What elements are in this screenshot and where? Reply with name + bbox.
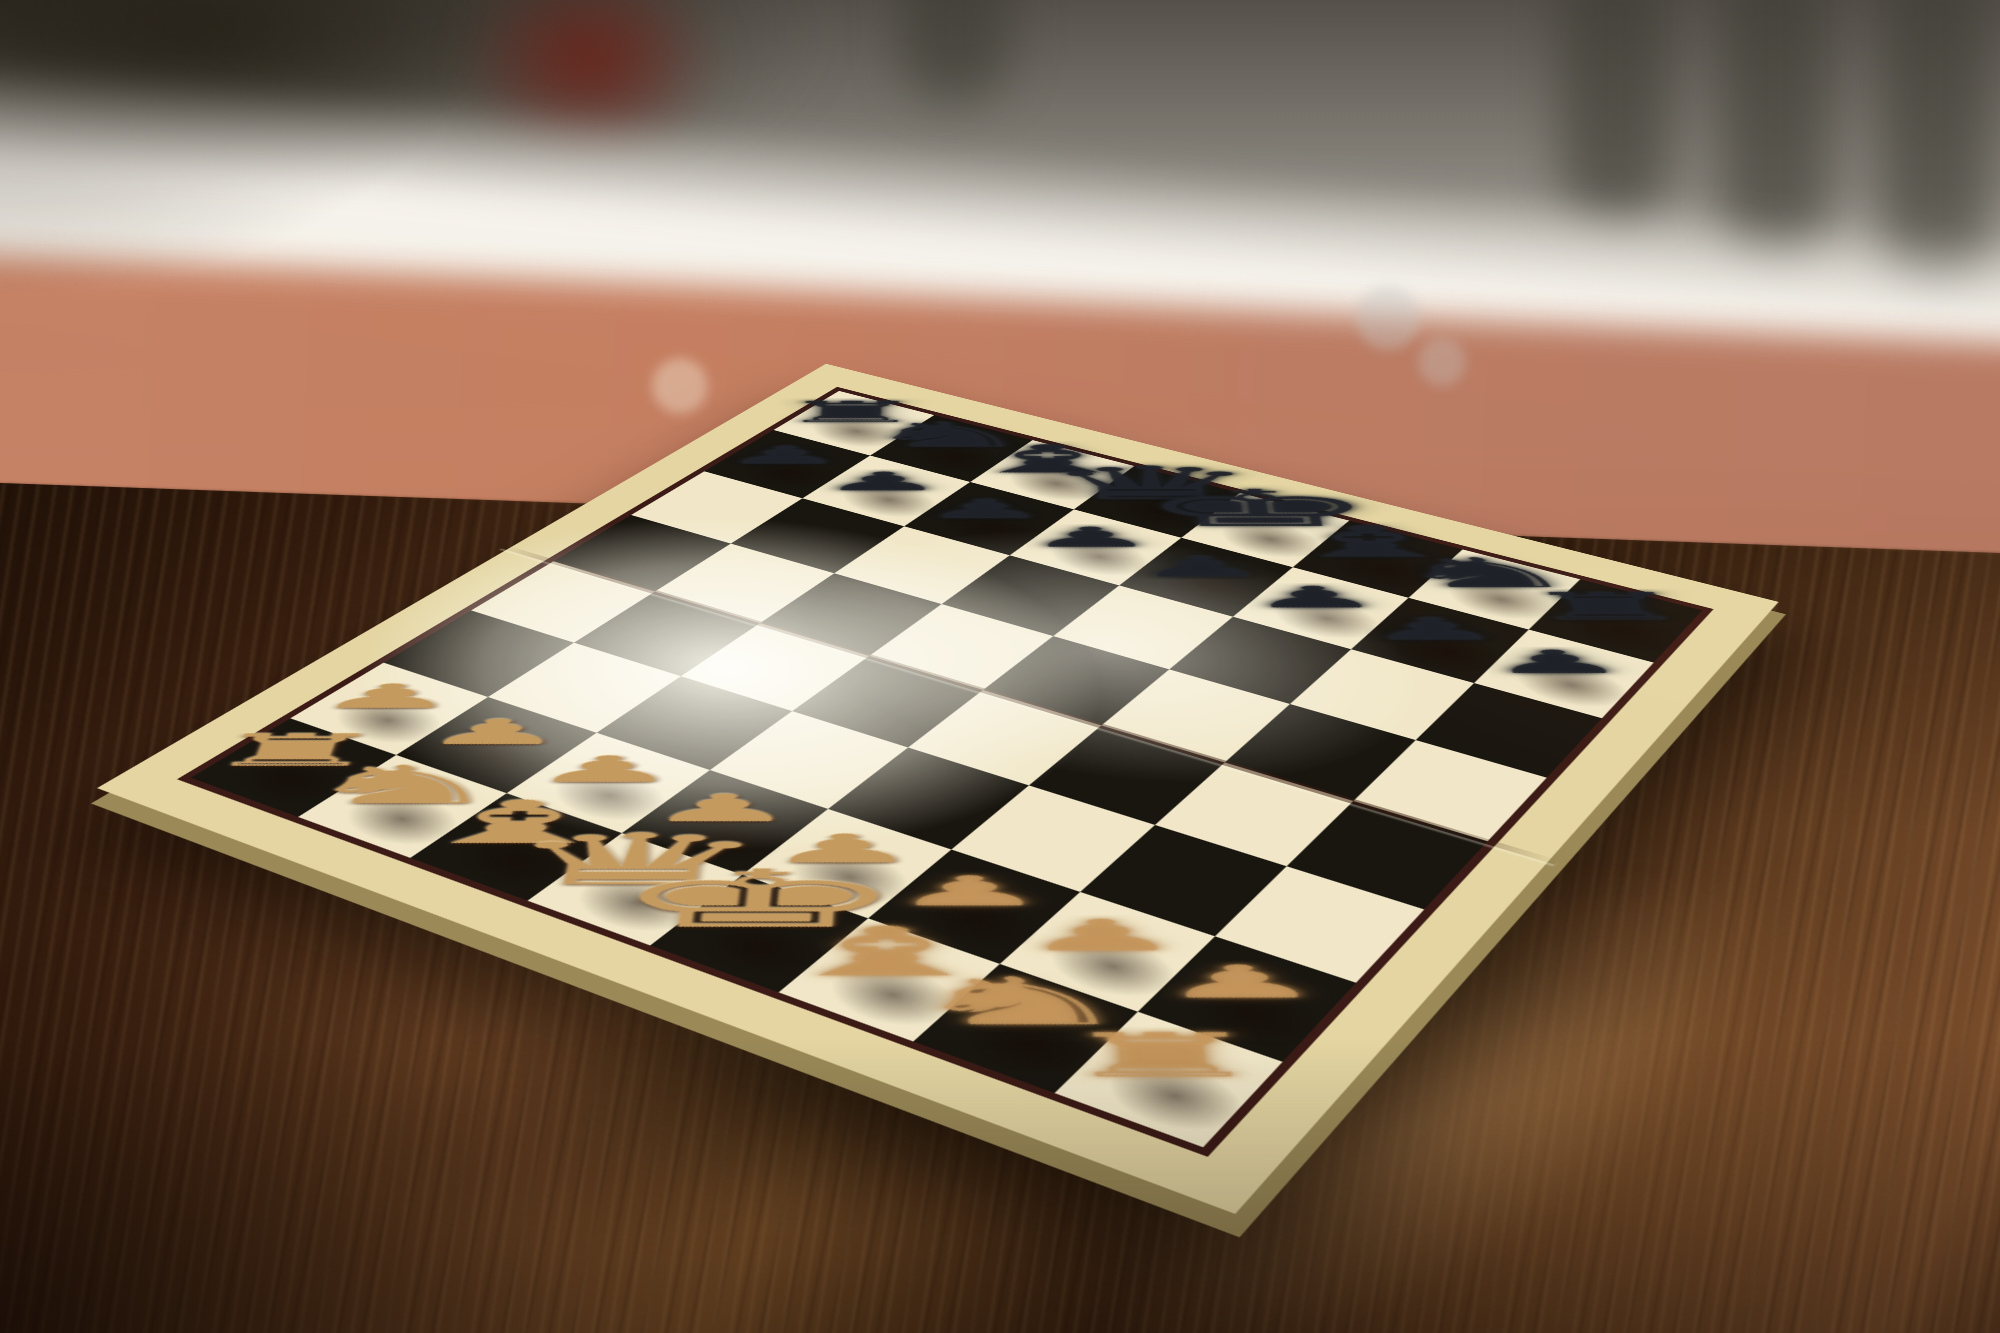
white-king: ♚ [600, 614, 910, 942]
board-fold-seam [501, 545, 1559, 864]
white-rook: ♜ [1056, 858, 1274, 1089]
square-g6 [1290, 649, 1474, 740]
bokeh-highlight [1038, 462, 1082, 506]
piece-shadow [794, 407, 919, 454]
black-rook: ♜ [775, 270, 925, 429]
square-c2: ♟ [507, 733, 710, 833]
piece-shadow [942, 997, 1119, 1091]
bokeh-highlight [936, 456, 984, 504]
piece-shadow [891, 432, 1018, 481]
piece-shadow [420, 721, 574, 791]
bokeh-highlight [846, 492, 886, 532]
square-h6 [1416, 683, 1602, 778]
square-a7: ♟ [704, 430, 870, 498]
square-a6 [631, 471, 802, 543]
square-c7: ♟ [904, 482, 1074, 555]
piece-shadow [1499, 652, 1644, 717]
white-pawn: ♟ [644, 668, 797, 830]
square-g2: ♟ [1000, 892, 1215, 1012]
white-pawn: ♟ [418, 597, 565, 752]
bokeh-highlight [838, 444, 892, 498]
white-queen: ♛ [489, 600, 770, 898]
background-silhouette [1560, 0, 1670, 220]
vignette-overlay [0, 0, 2000, 1333]
board-grid: ♜♞♝♛♚♝♞♜♟♟♟♟♟♟♟♟♟♟♟♟♟♟♟♟♜♞♝♛♚♝♞♜ [191, 391, 1703, 1147]
black-bishop: ♝ [953, 277, 1145, 481]
white-knight: ♞ [289, 584, 506, 814]
board-cast-shadow [313, 769, 1797, 1322]
square-d1: ♛ [528, 833, 743, 945]
square-d6 [942, 555, 1120, 636]
piece-shadow [1085, 1046, 1266, 1145]
square-g3 [1080, 825, 1286, 936]
square-b8: ♞ [870, 415, 1032, 482]
piece-shadow [647, 796, 807, 872]
square-e7: ♟ [1119, 538, 1293, 617]
black-pawn: ♟ [1250, 472, 1385, 616]
piece-shadow [725, 447, 854, 497]
piece-shadow [991, 458, 1120, 508]
piece-shadow [1142, 558, 1280, 616]
black-knight: ♞ [1396, 393, 1588, 596]
piece-shadow [435, 820, 598, 899]
square-c6 [834, 526, 1009, 604]
background-terracotta-band [0, 524, 629, 796]
wood-grain [0, 480, 2000, 1333]
background-silhouette [1880, 0, 1990, 290]
white-knight: ♞ [900, 780, 1143, 1038]
piece-shadow [313, 686, 464, 753]
square-h5 [1353, 740, 1546, 841]
board-reflection [990, 787, 1830, 1333]
square-g7: ♟ [1351, 598, 1529, 683]
black-knight: ♞ [860, 269, 1035, 455]
piece-shadow [531, 758, 688, 831]
square-a4 [471, 561, 655, 642]
bokeh-highlight [1418, 338, 1466, 386]
photo-scene: ♜♞♝♛♚♝♞♜♟♟♟♟♟♟♟♟♟♟♟♟♟♟♟♟♜♞♝♛♚♝♞♜ [0, 0, 2000, 1333]
square-g5 [1225, 704, 1416, 801]
piece-shadow [322, 781, 481, 856]
square-e8: ♚ [1181, 493, 1349, 567]
piece-shadow [1204, 512, 1338, 566]
square-c8: ♝ [970, 440, 1134, 509]
square-c5 [760, 573, 942, 656]
white-bishop: ♝ [756, 717, 1013, 989]
piece-shadow [553, 861, 719, 943]
bokeh-highlight [1356, 286, 1420, 350]
background-light-band [0, 55, 2000, 536]
piece-shadow [926, 500, 1059, 553]
square-f4 [1029, 725, 1225, 824]
square-b3 [488, 643, 681, 733]
piece-shadow [768, 837, 931, 917]
square-f8: ♝ [1293, 521, 1463, 598]
piece-shadow [1553, 600, 1694, 661]
piece-shadow [677, 904, 847, 990]
square-h3 [1215, 866, 1424, 982]
white-pawn: ♟ [890, 746, 1050, 916]
black-bishop: ♝ [1273, 351, 1476, 566]
background-blur-dark [0, 0, 840, 240]
square-e3 [828, 747, 1029, 849]
square-e2: ♟ [742, 809, 951, 918]
square-d5 [869, 604, 1053, 690]
square-a2: ♟ [290, 663, 488, 755]
piece-shadow [806, 949, 979, 1039]
square-a5 [553, 515, 730, 592]
background-silhouette [1720, 0, 1830, 260]
square-g8: ♞ [1409, 549, 1581, 629]
square-h1: ♜ [1055, 1012, 1283, 1148]
square-d2: ♟ [622, 770, 828, 875]
piece-shadow [1032, 529, 1167, 584]
square-h2: ♟ [1138, 936, 1356, 1062]
square-c4 [681, 623, 869, 711]
white-pawn: ♟ [764, 706, 920, 872]
piece-shadow [824, 473, 955, 525]
square-e5 [983, 636, 1169, 725]
piece-shadow [1167, 968, 1341, 1060]
white-pawn: ♟ [529, 632, 679, 791]
square-f1: ♝ [779, 918, 1000, 1041]
square-b6 [731, 498, 904, 573]
black-pawn: ♟ [1136, 443, 1269, 584]
white-rook: ♜ [195, 579, 381, 776]
black-queen: ♛ [1041, 271, 1266, 509]
square-h4 [1287, 801, 1488, 909]
background-wall [0, 0, 2000, 1333]
wood-table [0, 480, 2000, 1333]
board-perspective: ♜♞♝♛♚♝♞♜♟♟♟♟♟♟♟♟♟♟♟♟♟♟♟♟♜♞♝♛♚♝♞♜ [645, 352, 1321, 1028]
square-a3 [384, 610, 574, 697]
table-sheen [1037, 870, 1954, 1333]
piece-shadow [1432, 570, 1570, 628]
square-h7: ♟ [1474, 630, 1654, 719]
square-c3 [597, 676, 793, 770]
square-b5 [655, 544, 834, 624]
background-silhouette [900, 0, 1010, 100]
white-pawn: ♟ [1159, 831, 1327, 1009]
chess-board: ♜♞♝♛♚♝♞♜♟♟♟♟♟♟♟♟♟♟♟♟♟♟♟♟♜♞♝♛♚♝♞♜ [97, 364, 1779, 1214]
piece-shadow [1316, 540, 1452, 596]
white-pawn: ♟ [312, 564, 456, 716]
black-pawn: ♟ [722, 340, 846, 471]
square-e6 [1053, 585, 1233, 669]
square-g4 [1155, 762, 1353, 866]
square-d8: ♛ [1074, 466, 1240, 538]
square-a8: ♜ [774, 391, 935, 456]
square-b2: ♟ [396, 697, 596, 793]
piece-shadow [214, 743, 370, 815]
black-rook: ♜ [1528, 447, 1699, 628]
square-h8: ♜ [1529, 579, 1703, 662]
square-b4 [574, 592, 760, 677]
black-pawn: ♟ [1491, 532, 1632, 681]
piece-shadow [895, 878, 1062, 962]
black-pawn: ♟ [1368, 501, 1506, 647]
square-d7: ♟ [1010, 509, 1182, 585]
piece-shadow [1376, 619, 1519, 681]
black-pawn: ♟ [922, 390, 1050, 526]
square-c1: ♝ [410, 793, 622, 900]
background-terracotta-band [0, 252, 2000, 678]
square-e1: ♚ [650, 875, 868, 993]
square-f2: ♟ [868, 850, 1080, 964]
square-d3 [710, 711, 908, 809]
square-d4 [792, 656, 983, 748]
background-red-object [460, 0, 720, 160]
black-pawn: ♟ [1027, 416, 1157, 554]
square-f5 [1101, 669, 1290, 762]
square-f6 [1169, 617, 1351, 704]
square-b1: ♞ [298, 755, 507, 858]
white-pawn: ♟ [1022, 787, 1186, 960]
piece-shadow [1028, 922, 1198, 1010]
square-f7: ♟ [1233, 567, 1409, 649]
light-glare [97, 362, 1779, 1212]
bokeh-highlight [652, 358, 708, 414]
black-pawn: ♟ [820, 364, 946, 497]
square-e4 [908, 690, 1101, 785]
piece-shadow [1096, 484, 1227, 536]
white-bishop: ♝ [391, 601, 631, 855]
square-b7: ♟ [802, 456, 970, 527]
square-g1: ♞ [913, 964, 1138, 1093]
black-king: ♚ [1139, 276, 1385, 537]
square-a1: ♜ [191, 718, 397, 817]
piece-shadow [1257, 588, 1397, 648]
square-f3 [951, 785, 1155, 892]
